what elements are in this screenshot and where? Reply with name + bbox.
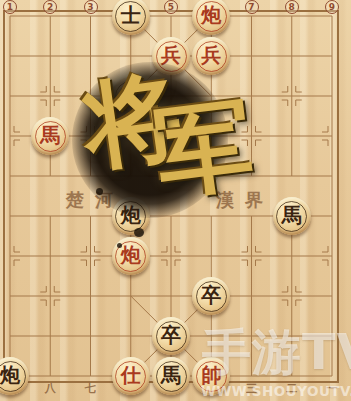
file-label-bottom-8: 二 — [285, 381, 299, 396]
file-label-bottom-3: 七 — [84, 381, 98, 396]
star-marker — [256, 260, 262, 266]
piece-glyph: 兵 — [161, 45, 181, 65]
star-marker — [256, 126, 262, 132]
piece-black-horse[interactable]: 馬 — [273, 197, 311, 235]
star-marker — [175, 126, 181, 132]
star-marker — [242, 260, 248, 266]
star-marker — [296, 86, 302, 92]
piece-glyph: 兵 — [201, 45, 221, 65]
star-marker — [161, 140, 167, 146]
file-label-bottom-7: 三 — [245, 381, 259, 396]
piece-black-soldier[interactable]: 卒 — [152, 317, 190, 355]
star-marker — [322, 260, 328, 266]
star-marker — [256, 140, 262, 146]
star-marker — [175, 260, 181, 266]
piece-red-cannon[interactable]: 炮 — [112, 237, 150, 275]
star-marker — [14, 260, 20, 266]
xiangqi-game-screen: 123456789 九八七六五四三二一 楚河 漢界 士炮兵兵将馬炮馬炮卒卒炮仕馬… — [0, 0, 351, 401]
star-marker — [14, 126, 20, 132]
star-marker — [282, 300, 288, 306]
piece-red-soldier[interactable]: 兵 — [152, 37, 190, 75]
file-label-bottom-9: 一 — [325, 381, 339, 396]
file-label-top-7: 7 — [245, 0, 259, 14]
file-label-top-3: 3 — [84, 0, 98, 14]
star-marker — [161, 246, 167, 252]
piece-glyph: 将 — [121, 85, 141, 105]
star-marker — [54, 86, 60, 92]
star-marker — [282, 86, 288, 92]
file-label-top-5: 5 — [164, 0, 178, 14]
file-label-bottom-2: 八 — [43, 381, 57, 396]
file-label-top-1: 1 — [3, 0, 17, 14]
piece-glyph: 馬 — [40, 125, 60, 145]
star-marker — [95, 140, 101, 146]
piece-glyph: 馬 — [282, 205, 302, 225]
star-marker — [256, 246, 262, 252]
star-marker — [40, 100, 46, 106]
piece-red-horse[interactable]: 馬 — [31, 117, 69, 155]
piece-glyph: 炮 — [121, 245, 141, 265]
star-marker — [40, 300, 46, 306]
star-marker — [242, 246, 248, 252]
piece-glyph: 馬 — [161, 365, 181, 385]
star-marker — [81, 126, 87, 132]
piece-glyph: 卒 — [161, 325, 181, 345]
star-marker — [175, 140, 181, 146]
piece-glyph: 士 — [121, 5, 141, 25]
piece-glyph: 帥 — [201, 365, 221, 385]
star-marker — [81, 246, 87, 252]
piece-black-soldier[interactable]: 卒 — [192, 277, 230, 315]
star-marker — [54, 300, 60, 306]
piece-black-cannon[interactable]: 炮 — [112, 197, 150, 235]
star-marker — [81, 260, 87, 266]
river-label-right: 漢界 — [216, 188, 274, 212]
piece-glyph: 炮 — [201, 5, 221, 25]
star-marker — [95, 126, 101, 132]
piece-glyph: 炮 — [0, 365, 20, 385]
star-marker — [296, 286, 302, 292]
piece-red-soldier[interactable]: 兵 — [192, 37, 230, 75]
piece-black-horse[interactable]: 馬 — [152, 357, 190, 395]
star-marker — [242, 126, 248, 132]
star-marker — [282, 100, 288, 106]
star-marker — [81, 140, 87, 146]
star-marker — [175, 246, 181, 252]
star-marker — [14, 140, 20, 146]
file-label-top-9: 9 — [325, 0, 339, 14]
star-marker — [40, 286, 46, 292]
piece-red-general[interactable]: 帥 — [192, 357, 230, 395]
star-marker — [322, 126, 328, 132]
file-label-top-8: 8 — [285, 0, 299, 14]
piece-red-advisor[interactable]: 仕 — [112, 357, 150, 395]
piece-glyph: 仕 — [121, 365, 141, 385]
star-marker — [161, 126, 167, 132]
piece-black-advisor[interactable]: 士 — [112, 0, 150, 35]
star-marker — [242, 140, 248, 146]
star-marker — [322, 246, 328, 252]
star-marker — [40, 86, 46, 92]
star-marker — [296, 100, 302, 106]
star-marker — [95, 260, 101, 266]
star-marker — [14, 246, 20, 252]
star-marker — [54, 100, 60, 106]
star-marker — [282, 286, 288, 292]
piece-glyph: 炮 — [121, 205, 141, 225]
piece-glyph: 卒 — [201, 285, 221, 305]
star-marker — [54, 286, 60, 292]
star-marker — [296, 300, 302, 306]
star-marker — [322, 140, 328, 146]
star-marker — [161, 260, 167, 266]
piece-black-general[interactable]: 将 — [112, 77, 150, 115]
star-marker — [95, 246, 101, 252]
